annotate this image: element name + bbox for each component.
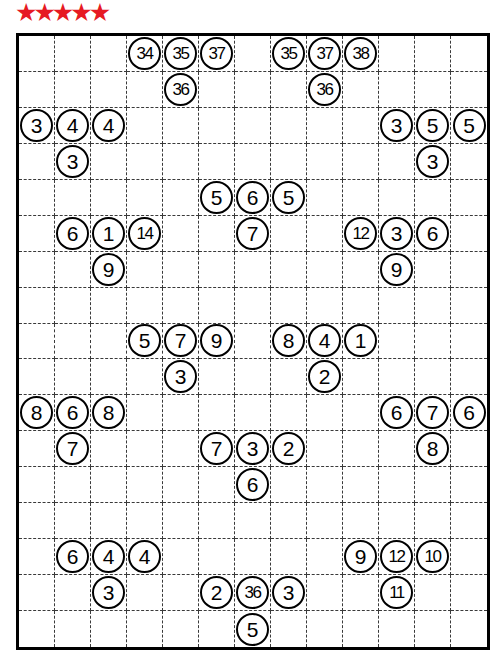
grid-cell <box>55 252 91 288</box>
grid-cell <box>235 144 271 180</box>
grid-cell <box>235 36 271 72</box>
grid-cell: 6 <box>55 216 91 252</box>
grid-cell <box>127 431 163 467</box>
grid-cell <box>235 324 271 360</box>
grid-cell: 6 <box>451 395 487 431</box>
grid-cell <box>379 36 415 72</box>
grid-cell <box>163 395 199 431</box>
grid-cell: 6 <box>235 180 271 216</box>
clue-circle: 9 <box>200 324 233 357</box>
clue-circle: 5 <box>453 109 486 142</box>
grid-cell <box>163 575 199 611</box>
clue-circle: 7 <box>236 217 269 250</box>
grid-cell <box>343 467 379 503</box>
grid-cell: 8 <box>19 395 55 431</box>
grid-cell <box>163 108 199 144</box>
grid-cell: 6 <box>415 216 451 252</box>
grid-cell: 9 <box>343 539 379 575</box>
grid-cell <box>199 503 235 539</box>
clue-circle: 7 <box>200 432 233 465</box>
grid-cell <box>199 216 235 252</box>
grid-cell <box>55 288 91 324</box>
clue-circle: 5 <box>128 324 161 357</box>
grid-cell <box>271 252 307 288</box>
clue-circle: 4 <box>128 540 161 573</box>
grid-cell <box>19 36 55 72</box>
clue-circle: 3 <box>416 145 449 178</box>
clue-circle: 14 <box>128 217 161 250</box>
grid-cell <box>199 539 235 575</box>
grid-cell: 3 <box>163 359 199 395</box>
grid-cell <box>163 431 199 467</box>
grid-cell: 5 <box>271 180 307 216</box>
grid-cell <box>271 611 307 647</box>
grid-cell <box>163 180 199 216</box>
grid-cell: 3 <box>19 108 55 144</box>
grid-cell <box>91 144 127 180</box>
grid-cell <box>163 539 199 575</box>
clue-circle: 4 <box>56 109 89 142</box>
grid-cell <box>19 431 55 467</box>
grid-cell: 3 <box>91 575 127 611</box>
grid-cell <box>19 72 55 108</box>
clue-circle: 7 <box>416 396 449 429</box>
grid-cell <box>271 395 307 431</box>
grid-cell <box>271 108 307 144</box>
grid-cell <box>307 108 343 144</box>
grid-cell <box>199 252 235 288</box>
grid-cell <box>55 575 91 611</box>
clue-circle: 4 <box>308 324 341 357</box>
grid-cell <box>19 611 55 647</box>
grid-cell <box>451 72 487 108</box>
grid-cell <box>199 611 235 647</box>
grid-cell <box>271 288 307 324</box>
grid-cell <box>451 144 487 180</box>
grid-cell <box>55 72 91 108</box>
grid-cell: 1 <box>343 324 379 360</box>
grid-cell <box>379 467 415 503</box>
grid-cell <box>91 180 127 216</box>
grid-cell: 37 <box>199 36 235 72</box>
grid-cell: 9 <box>379 252 415 288</box>
grid-cell <box>451 180 487 216</box>
grid-cell <box>235 288 271 324</box>
grid-cell <box>55 180 91 216</box>
grid-cell: 9 <box>199 324 235 360</box>
grid-cell <box>415 36 451 72</box>
grid-cell <box>91 611 127 647</box>
grid-cell: 2 <box>199 575 235 611</box>
grid-cell <box>19 252 55 288</box>
clue-circle: 6 <box>416 217 449 250</box>
grid-cell <box>127 359 163 395</box>
grid-cell: 11 <box>379 575 415 611</box>
grid-cell <box>379 144 415 180</box>
grid-cell: 12 <box>343 216 379 252</box>
grid-cell <box>91 467 127 503</box>
grid-cell <box>91 36 127 72</box>
grid-cell <box>343 395 379 431</box>
grid-cell <box>307 144 343 180</box>
grid-cell <box>235 395 271 431</box>
grid-cell: 3 <box>235 431 271 467</box>
clue-circle: 6 <box>236 468 269 501</box>
grid-cell <box>343 252 379 288</box>
grid-cell: 5 <box>127 324 163 360</box>
grid-cell: 7 <box>415 395 451 431</box>
clue-circle: 34 <box>128 37 161 70</box>
grid-cell: 12 <box>379 539 415 575</box>
clue-circle: 2 <box>272 432 305 465</box>
grid-cell: 8 <box>415 431 451 467</box>
grid-cell <box>451 467 487 503</box>
grid-cell <box>199 108 235 144</box>
grid-cell: 36 <box>235 575 271 611</box>
grid-cell <box>415 503 451 539</box>
grid-cell <box>271 467 307 503</box>
grid-cell: 37 <box>307 36 343 72</box>
grid-cell <box>415 575 451 611</box>
grid-cell <box>19 216 55 252</box>
grid-cell: 3 <box>379 108 415 144</box>
grid-cell <box>343 108 379 144</box>
clue-circle: 5 <box>236 613 269 646</box>
clue-circle: 4 <box>92 540 125 573</box>
grid-cell: 38 <box>343 36 379 72</box>
clue-circle: 8 <box>416 432 449 465</box>
grid-cell: 5 <box>199 180 235 216</box>
clue-circle: 35 <box>272 37 305 70</box>
grid-cell: 7 <box>163 324 199 360</box>
clue-circle: 36 <box>164 73 197 106</box>
grid-cell <box>199 395 235 431</box>
clue-circle: 2 <box>308 360 341 393</box>
difficulty-rating: ★★★★★ <box>15 0 107 30</box>
grid-cell <box>451 611 487 647</box>
grid-cell <box>415 467 451 503</box>
grid-cell <box>379 503 415 539</box>
grid-cell: 5 <box>235 611 271 647</box>
clue-circle: 6 <box>56 217 89 250</box>
grid-cell: 36 <box>163 72 199 108</box>
grid-cell <box>235 539 271 575</box>
grid-cell <box>91 324 127 360</box>
grid-cell <box>343 288 379 324</box>
grid-cell: 6 <box>235 467 271 503</box>
grid-cell <box>307 503 343 539</box>
clue-circle: 10 <box>416 540 449 573</box>
clue-circle: 3 <box>92 576 125 609</box>
grid-cell <box>19 575 55 611</box>
grid-cell <box>451 503 487 539</box>
grid-cell: 36 <box>307 72 343 108</box>
clue-circle: 3 <box>20 109 53 142</box>
grid-cell: 6 <box>379 395 415 431</box>
grid-cell <box>451 252 487 288</box>
grid-cell <box>271 144 307 180</box>
grid-cell <box>379 72 415 108</box>
grid-cell <box>415 324 451 360</box>
grid-cell <box>127 252 163 288</box>
grid-cell <box>235 359 271 395</box>
clue-circle: 1 <box>344 324 377 357</box>
grid-cell <box>379 431 415 467</box>
grid-cell <box>271 216 307 252</box>
grid-cell: 4 <box>127 539 163 575</box>
grid-cell <box>415 252 451 288</box>
grid-cell: 34 <box>127 36 163 72</box>
grid-cell: 7 <box>55 431 91 467</box>
grid-cell <box>127 575 163 611</box>
grid-cell <box>127 395 163 431</box>
grid-cell <box>451 36 487 72</box>
grid-cell <box>451 539 487 575</box>
grid-cell <box>379 611 415 647</box>
clue-circle: 36 <box>236 576 269 609</box>
grid-cell <box>19 467 55 503</box>
grid-cell <box>163 503 199 539</box>
grid-cell <box>163 611 199 647</box>
grid-cell <box>19 288 55 324</box>
clue-circle: 36 <box>308 73 341 106</box>
clue-circle: 6 <box>453 396 486 429</box>
grid-cell <box>307 467 343 503</box>
clue-circle: 7 <box>164 324 197 357</box>
grid-cell <box>451 288 487 324</box>
clue-circle: 9 <box>344 540 377 573</box>
grid-cell: 5 <box>415 108 451 144</box>
grid-cell <box>163 144 199 180</box>
clue-circle: 5 <box>200 181 233 214</box>
grid-cell: 5 <box>451 108 487 144</box>
clue-circle: 37 <box>200 37 233 70</box>
grid-cell: 9 <box>91 252 127 288</box>
grid-cell <box>163 216 199 252</box>
clue-circle: 8 <box>20 396 53 429</box>
grid-cell <box>343 144 379 180</box>
grid-cell: 2 <box>307 359 343 395</box>
clue-circle: 5 <box>416 109 449 142</box>
grid-cell <box>19 180 55 216</box>
grid-cell <box>127 180 163 216</box>
clue-circle: 3 <box>272 576 305 609</box>
grid-cell <box>307 216 343 252</box>
clue-circle: 3 <box>380 109 413 142</box>
grid-cell <box>415 72 451 108</box>
clue-circle: 12 <box>380 540 413 573</box>
grid-cell <box>199 144 235 180</box>
grid-cell <box>307 431 343 467</box>
grid-cell <box>307 611 343 647</box>
grid-cell <box>19 503 55 539</box>
grid-cell: 4 <box>55 108 91 144</box>
grid-cell <box>127 108 163 144</box>
grid-cell: 7 <box>199 431 235 467</box>
grid-cell: 3 <box>271 575 307 611</box>
grid-cell <box>343 611 379 647</box>
grid-cell <box>199 288 235 324</box>
grid-cell <box>199 359 235 395</box>
grid-cell <box>343 72 379 108</box>
grid-cell: 14 <box>127 216 163 252</box>
clue-circle: 3 <box>236 432 269 465</box>
grid-cell <box>91 431 127 467</box>
clue-circle: 9 <box>380 253 413 286</box>
clue-circle: 8 <box>272 324 305 357</box>
clue-circle: 7 <box>56 432 89 465</box>
grid-cell <box>343 503 379 539</box>
grid-cell <box>55 503 91 539</box>
clue-circle: 11 <box>380 576 413 609</box>
grid-cell <box>127 72 163 108</box>
grid-cell: 8 <box>91 395 127 431</box>
grid-cell <box>307 539 343 575</box>
clue-circle: 3 <box>56 145 89 178</box>
grid-cell <box>163 252 199 288</box>
grid-cell <box>55 611 91 647</box>
grid-cell <box>379 288 415 324</box>
grid-cell <box>451 431 487 467</box>
grid-cell <box>127 503 163 539</box>
grid-cell <box>163 467 199 503</box>
grid-cell <box>19 324 55 360</box>
grid-cell <box>343 180 379 216</box>
grid-cell <box>271 72 307 108</box>
grid-cell <box>307 288 343 324</box>
clue-circle: 6 <box>236 181 269 214</box>
clue-circle: 35 <box>164 37 197 70</box>
grid-cell <box>271 503 307 539</box>
grid-cell <box>379 324 415 360</box>
grid-cell: 3 <box>55 144 91 180</box>
grid-cell <box>235 503 271 539</box>
grid-cell <box>19 144 55 180</box>
grid-cell <box>307 252 343 288</box>
grid-cell <box>235 72 271 108</box>
grid-cell <box>91 503 127 539</box>
grid-cell <box>271 359 307 395</box>
grid-cell: 2 <box>271 431 307 467</box>
grid-cell <box>343 359 379 395</box>
grid-cell <box>235 108 271 144</box>
grid-cell <box>55 324 91 360</box>
clue-circle: 6 <box>56 540 89 573</box>
grid-cell: 4 <box>307 324 343 360</box>
grid-cell <box>307 180 343 216</box>
grid-cell <box>19 359 55 395</box>
grid-cell <box>199 72 235 108</box>
grid-cell: 1 <box>91 216 127 252</box>
grid-cell: 10 <box>415 539 451 575</box>
grid-cell <box>343 575 379 611</box>
grid-cell <box>199 467 235 503</box>
grid-cell <box>451 359 487 395</box>
grid-cell <box>451 216 487 252</box>
clue-circle: 6 <box>56 396 89 429</box>
grid-cell <box>451 575 487 611</box>
grid-cell <box>163 288 199 324</box>
clue-circle: 9 <box>92 253 125 286</box>
clue-circle: 6 <box>380 396 413 429</box>
grid-cell <box>55 36 91 72</box>
grid-cell <box>91 72 127 108</box>
grid-cell <box>307 575 343 611</box>
grid-cell <box>271 539 307 575</box>
grid-cell: 7 <box>235 216 271 252</box>
clue-circle: 1 <box>92 217 125 250</box>
grid-cell: 6 <box>55 539 91 575</box>
clue-circle: 4 <box>92 109 125 142</box>
grid-cell: 35 <box>163 36 199 72</box>
grid-cell <box>91 288 127 324</box>
clue-circle: 2 <box>200 576 233 609</box>
grid-cell <box>379 180 415 216</box>
grid-cell: 35 <box>271 36 307 72</box>
grid-cell: 4 <box>91 108 127 144</box>
clue-circle: 38 <box>344 37 377 70</box>
puzzle-board: 3435373537383636344355335656114712369957… <box>16 33 490 650</box>
grid-cell <box>127 467 163 503</box>
grid-cell <box>19 539 55 575</box>
grid-cell <box>415 611 451 647</box>
grid-cell <box>415 359 451 395</box>
grid-cell <box>415 288 451 324</box>
grid-cell <box>379 359 415 395</box>
grid-cell: 8 <box>271 324 307 360</box>
grid-cell: 3 <box>415 144 451 180</box>
grid-cell <box>91 359 127 395</box>
clue-circle: 3 <box>380 217 413 250</box>
grid-cell: 3 <box>379 216 415 252</box>
clue-circle: 3 <box>164 360 197 393</box>
grid-cell <box>451 324 487 360</box>
grid-cell <box>415 180 451 216</box>
clue-circle: 12 <box>344 217 377 250</box>
grid-cell <box>55 359 91 395</box>
grid-cell <box>127 144 163 180</box>
grid-cell <box>127 611 163 647</box>
grid-cell <box>127 288 163 324</box>
clue-circle: 37 <box>308 37 341 70</box>
clue-circle: 5 <box>272 181 305 214</box>
grid-cell <box>343 431 379 467</box>
clue-circle: 8 <box>92 396 125 429</box>
grid-cell <box>55 467 91 503</box>
grid-cell <box>235 252 271 288</box>
grid-cell: 6 <box>55 395 91 431</box>
grid-cell: 4 <box>91 539 127 575</box>
grid-cell <box>307 395 343 431</box>
